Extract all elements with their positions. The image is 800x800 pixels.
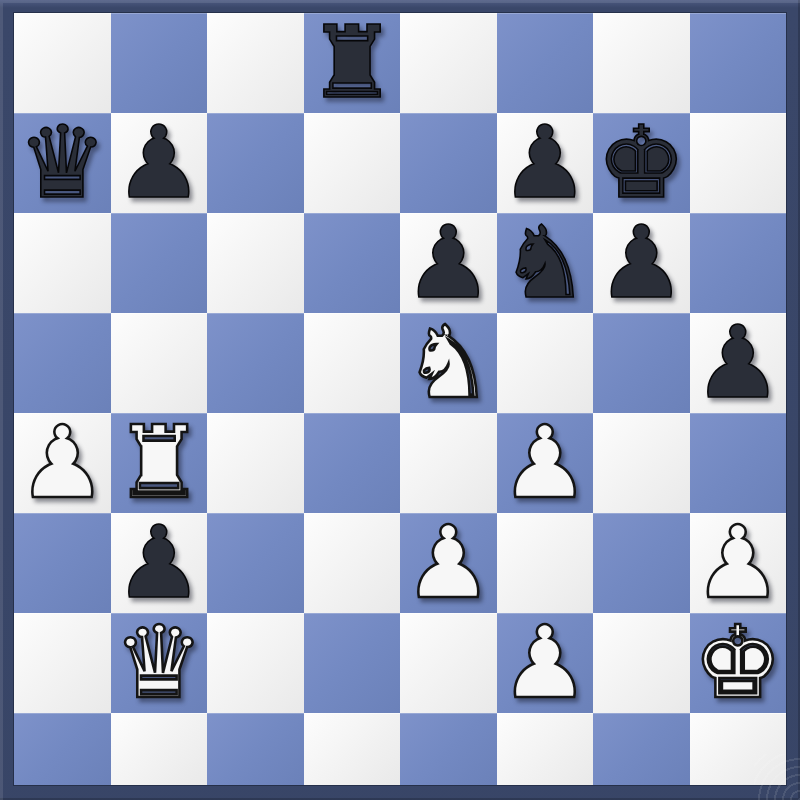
- square-a8[interactable]: [14, 13, 111, 113]
- black-pawn[interactable]: ♟: [403, 213, 493, 313]
- square-f5[interactable]: [497, 313, 594, 413]
- square-d1[interactable]: [304, 713, 401, 785]
- board-frame: ♜♛♟♟♚♟♞♟♞♟♟♜♟♟♟♟♛♟♚: [0, 0, 800, 800]
- square-e8[interactable]: [400, 13, 497, 113]
- square-h3[interactable]: ♟: [690, 513, 787, 613]
- square-a4[interactable]: ♟: [14, 413, 111, 513]
- black-pawn[interactable]: ♟: [114, 513, 204, 613]
- square-g4[interactable]: [593, 413, 690, 513]
- square-e6[interactable]: ♟: [400, 213, 497, 313]
- square-c5[interactable]: [207, 313, 304, 413]
- square-d7[interactable]: [304, 113, 401, 213]
- square-g6[interactable]: ♟: [593, 213, 690, 313]
- square-f3[interactable]: [497, 513, 594, 613]
- square-g8[interactable]: [593, 13, 690, 113]
- square-a3[interactable]: [14, 513, 111, 613]
- square-g5[interactable]: [593, 313, 690, 413]
- square-a1[interactable]: [14, 713, 111, 785]
- square-c8[interactable]: [207, 13, 304, 113]
- square-g2[interactable]: [593, 613, 690, 713]
- square-d6[interactable]: [304, 213, 401, 313]
- square-h1[interactable]: [690, 713, 787, 785]
- square-b2[interactable]: ♛: [111, 613, 208, 713]
- square-b1[interactable]: [111, 713, 208, 785]
- square-d5[interactable]: [304, 313, 401, 413]
- square-c4[interactable]: [207, 413, 304, 513]
- square-h8[interactable]: [690, 13, 787, 113]
- square-d3[interactable]: [304, 513, 401, 613]
- square-f2[interactable]: ♟: [497, 613, 594, 713]
- square-b6[interactable]: [111, 213, 208, 313]
- square-b3[interactable]: ♟: [111, 513, 208, 613]
- square-e2[interactable]: [400, 613, 497, 713]
- chess-board: ♜♛♟♟♚♟♞♟♞♟♟♜♟♟♟♟♛♟♚: [14, 13, 786, 785]
- square-c7[interactable]: [207, 113, 304, 213]
- square-b5[interactable]: [111, 313, 208, 413]
- square-c3[interactable]: [207, 513, 304, 613]
- black-pawn[interactable]: ♟: [114, 113, 204, 213]
- square-f6[interactable]: ♞: [497, 213, 594, 313]
- square-f1[interactable]: [497, 713, 594, 785]
- square-a2[interactable]: [14, 613, 111, 713]
- black-pawn[interactable]: ♟: [693, 313, 783, 413]
- black-pawn[interactable]: ♟: [596, 213, 686, 313]
- square-e1[interactable]: [400, 713, 497, 785]
- black-knight[interactable]: ♞: [500, 213, 590, 313]
- white-pawn[interactable]: ♟: [500, 613, 590, 713]
- square-b8[interactable]: [111, 13, 208, 113]
- square-f7[interactable]: ♟: [497, 113, 594, 213]
- square-h6[interactable]: [690, 213, 787, 313]
- white-pawn[interactable]: ♟: [403, 513, 493, 613]
- white-queen[interactable]: ♛: [114, 613, 204, 713]
- square-d2[interactable]: [304, 613, 401, 713]
- square-a7[interactable]: ♛: [14, 113, 111, 213]
- white-rook[interactable]: ♜: [114, 413, 204, 513]
- white-pawn[interactable]: ♟: [693, 513, 783, 613]
- white-pawn[interactable]: ♟: [500, 413, 590, 513]
- square-h7[interactable]: [690, 113, 787, 213]
- square-d8[interactable]: ♜: [304, 13, 401, 113]
- square-f4[interactable]: ♟: [497, 413, 594, 513]
- white-king[interactable]: ♚: [693, 613, 783, 713]
- square-c6[interactable]: [207, 213, 304, 313]
- white-knight[interactable]: ♞: [403, 313, 493, 413]
- black-queen[interactable]: ♛: [17, 113, 107, 213]
- black-rook[interactable]: ♜: [307, 13, 397, 113]
- square-a6[interactable]: [14, 213, 111, 313]
- square-e4[interactable]: [400, 413, 497, 513]
- square-h2[interactable]: ♚: [690, 613, 787, 713]
- square-c1[interactable]: [207, 713, 304, 785]
- square-e7[interactable]: [400, 113, 497, 213]
- square-h4[interactable]: [690, 413, 787, 513]
- square-h5[interactable]: ♟: [690, 313, 787, 413]
- square-a5[interactable]: [14, 313, 111, 413]
- square-e5[interactable]: ♞: [400, 313, 497, 413]
- square-g1[interactable]: [593, 713, 690, 785]
- square-b7[interactable]: ♟: [111, 113, 208, 213]
- black-pawn[interactable]: ♟: [500, 113, 590, 213]
- square-g7[interactable]: ♚: [593, 113, 690, 213]
- black-king[interactable]: ♚: [596, 113, 686, 213]
- square-d4[interactable]: [304, 413, 401, 513]
- white-pawn[interactable]: ♟: [17, 413, 107, 513]
- square-e3[interactable]: ♟: [400, 513, 497, 613]
- square-g3[interactable]: [593, 513, 690, 613]
- square-b4[interactable]: ♜: [111, 413, 208, 513]
- square-c2[interactable]: [207, 613, 304, 713]
- square-f8[interactable]: [497, 13, 594, 113]
